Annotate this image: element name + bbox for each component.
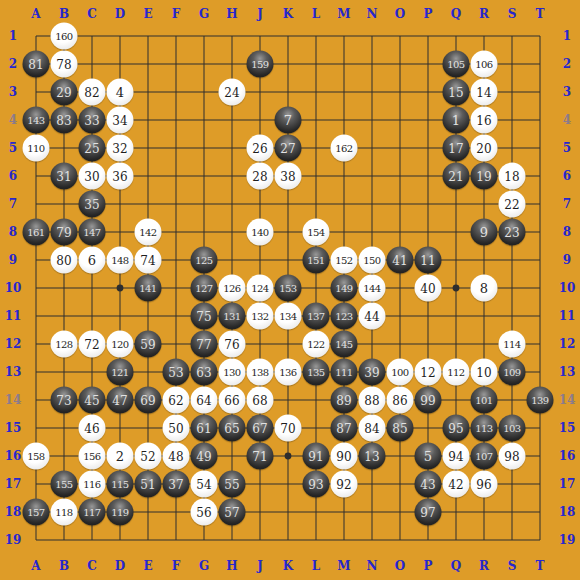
stone-white-P13[interactable]: 12 xyxy=(415,359,442,386)
stone-black-L16[interactable]: 91 xyxy=(303,443,330,470)
row-label-right-9: 9 xyxy=(563,254,571,266)
stone-black-T14[interactable]: 139 xyxy=(527,387,554,414)
row-label-left-13: 13 xyxy=(5,366,22,378)
row-label-right-5: 5 xyxy=(563,142,571,154)
stone-black-Q15[interactable]: 95 xyxy=(443,415,470,442)
row-label-left-1: 1 xyxy=(9,30,17,42)
stone-white-M5[interactable]: 162 xyxy=(331,135,358,162)
row-label-right-19: 19 xyxy=(559,534,576,546)
stone-white-D5[interactable]: 32 xyxy=(107,135,134,162)
stone-white-J14[interactable]: 68 xyxy=(247,387,274,414)
stone-white-R5[interactable]: 20 xyxy=(471,135,498,162)
stone-black-B4[interactable]: 83 xyxy=(51,107,78,134)
stone-black-G15[interactable]: 61 xyxy=(191,415,218,442)
stone-white-M9[interactable]: 152 xyxy=(331,247,358,274)
stone-black-G9[interactable]: 125 xyxy=(191,247,218,274)
stone-white-B2[interactable]: 78 xyxy=(51,51,78,78)
col-label-top-E: E xyxy=(143,8,152,20)
row-label-left-6: 6 xyxy=(9,170,17,182)
stone-white-R10[interactable]: 8 xyxy=(471,275,498,302)
col-label-bottom-T: T xyxy=(536,560,545,572)
stone-white-A5[interactable]: 110 xyxy=(23,135,50,162)
stone-black-K5[interactable]: 27 xyxy=(275,135,302,162)
stone-white-R3[interactable]: 14 xyxy=(471,79,498,106)
stone-white-N10[interactable]: 144 xyxy=(359,275,386,302)
col-label-top-M: M xyxy=(337,8,350,20)
row-label-left-3: 3 xyxy=(9,86,17,98)
stone-black-R8[interactable]: 9 xyxy=(471,219,498,246)
go-board-diagram: AABBCCDDEEFFGGHHJJKKLLMMNNOOPPQQRRSSTT11… xyxy=(0,0,580,580)
star-point-D10 xyxy=(117,285,124,292)
col-label-top-Q: Q xyxy=(451,8,461,20)
stone-black-M13[interactable]: 111 xyxy=(331,359,358,386)
stone-black-M10[interactable]: 149 xyxy=(331,275,358,302)
stone-white-C6[interactable]: 30 xyxy=(79,163,106,190)
stone-black-H15[interactable]: 65 xyxy=(219,415,246,442)
stone-white-P10[interactable]: 40 xyxy=(415,275,442,302)
col-label-bottom-C: C xyxy=(87,560,97,572)
stone-black-H11[interactable]: 131 xyxy=(219,303,246,330)
row-label-left-17: 17 xyxy=(5,478,22,490)
stone-white-J5[interactable]: 26 xyxy=(247,135,274,162)
stone-white-G17[interactable]: 54 xyxy=(191,471,218,498)
stone-white-C16[interactable]: 156 xyxy=(79,443,106,470)
col-label-top-F: F xyxy=(172,8,181,20)
stone-black-G11[interactable]: 75 xyxy=(191,303,218,330)
row-label-right-3: 3 xyxy=(563,86,571,98)
stone-black-D14[interactable]: 47 xyxy=(107,387,134,414)
row-label-right-7: 7 xyxy=(563,198,571,210)
stone-black-H17[interactable]: 55 xyxy=(219,471,246,498)
stone-white-K13[interactable]: 136 xyxy=(275,359,302,386)
stone-black-M12[interactable]: 145 xyxy=(331,331,358,358)
stone-white-L8[interactable]: 154 xyxy=(303,219,330,246)
star-point-Q10 xyxy=(453,285,460,292)
row-label-right-8: 8 xyxy=(563,226,571,238)
col-label-bottom-R: R xyxy=(479,560,489,572)
stone-black-B8[interactable]: 79 xyxy=(51,219,78,246)
row-label-right-11: 11 xyxy=(559,310,576,322)
stone-white-H12[interactable]: 76 xyxy=(219,331,246,358)
stone-black-J2[interactable]: 159 xyxy=(247,51,274,78)
row-label-left-19: 19 xyxy=(5,534,22,546)
col-label-top-C: C xyxy=(87,8,97,20)
stone-white-S7[interactable]: 22 xyxy=(499,191,526,218)
stone-white-C9[interactable]: 6 xyxy=(79,247,106,274)
col-label-bottom-D: D xyxy=(115,560,125,572)
stone-black-J16[interactable]: 71 xyxy=(247,443,274,470)
row-label-left-14: 14 xyxy=(5,394,22,406)
stone-black-B6[interactable]: 31 xyxy=(51,163,78,190)
stone-black-D18[interactable]: 119 xyxy=(107,499,134,526)
col-label-bottom-O: O xyxy=(395,560,405,572)
row-label-left-18: 18 xyxy=(5,506,22,518)
stone-white-D4[interactable]: 34 xyxy=(107,107,134,134)
stone-white-L12[interactable]: 122 xyxy=(303,331,330,358)
stone-black-B14[interactable]: 73 xyxy=(51,387,78,414)
stone-white-E8[interactable]: 142 xyxy=(135,219,162,246)
stone-white-O14[interactable]: 86 xyxy=(387,387,414,414)
stone-black-Q5[interactable]: 17 xyxy=(443,135,470,162)
stone-black-P18[interactable]: 97 xyxy=(415,499,442,526)
row-label-left-15: 15 xyxy=(5,422,22,434)
col-label-bottom-E: E xyxy=(143,560,152,572)
stone-black-Q3[interactable]: 15 xyxy=(443,79,470,106)
stone-white-E9[interactable]: 74 xyxy=(135,247,162,274)
col-label-bottom-G: G xyxy=(199,560,209,572)
col-label-bottom-M: M xyxy=(337,560,350,572)
stone-white-D6[interactable]: 36 xyxy=(107,163,134,190)
stone-black-S8[interactable]: 23 xyxy=(499,219,526,246)
stone-white-F14[interactable]: 62 xyxy=(163,387,190,414)
stone-black-K10[interactable]: 153 xyxy=(275,275,302,302)
stone-white-J11[interactable]: 132 xyxy=(247,303,274,330)
stone-black-R14[interactable]: 101 xyxy=(471,387,498,414)
stone-black-A4[interactable]: 143 xyxy=(23,107,50,134)
stone-white-R13[interactable]: 10 xyxy=(471,359,498,386)
stone-white-K11[interactable]: 134 xyxy=(275,303,302,330)
col-label-top-A: A xyxy=(31,8,40,20)
stone-black-F17[interactable]: 37 xyxy=(163,471,190,498)
col-label-bottom-P: P xyxy=(423,560,432,572)
stone-black-E10[interactable]: 141 xyxy=(135,275,162,302)
col-label-top-J: J xyxy=(257,8,263,20)
stone-white-R17[interactable]: 96 xyxy=(471,471,498,498)
stone-white-G18[interactable]: 56 xyxy=(191,499,218,526)
stone-black-S15[interactable]: 103 xyxy=(499,415,526,442)
stone-black-G12[interactable]: 77 xyxy=(191,331,218,358)
stone-white-R2[interactable]: 106 xyxy=(471,51,498,78)
row-label-right-13: 13 xyxy=(559,366,576,378)
stone-white-H3[interactable]: 24 xyxy=(219,79,246,106)
stone-black-L17[interactable]: 93 xyxy=(303,471,330,498)
stone-white-H14[interactable]: 66 xyxy=(219,387,246,414)
stone-black-L11[interactable]: 137 xyxy=(303,303,330,330)
stone-black-P16[interactable]: 5 xyxy=(415,443,442,470)
col-label-bottom-K: K xyxy=(283,560,293,572)
stone-black-O15[interactable]: 85 xyxy=(387,415,414,442)
stone-black-N13[interactable]: 39 xyxy=(359,359,386,386)
stone-black-G16[interactable]: 49 xyxy=(191,443,218,470)
row-label-left-11: 11 xyxy=(5,310,22,322)
col-label-top-H: H xyxy=(226,8,237,20)
stone-white-Q13[interactable]: 112 xyxy=(443,359,470,386)
col-label-bottom-B: B xyxy=(59,560,69,572)
stone-black-G13[interactable]: 63 xyxy=(191,359,218,386)
stone-black-K4[interactable]: 7 xyxy=(275,107,302,134)
row-label-left-12: 12 xyxy=(5,338,22,350)
stone-black-H18[interactable]: 57 xyxy=(219,499,246,526)
stone-white-G14[interactable]: 64 xyxy=(191,387,218,414)
row-label-right-18: 18 xyxy=(559,506,576,518)
col-label-top-R: R xyxy=(479,8,489,20)
col-label-bottom-H: H xyxy=(226,560,237,572)
stone-black-A2[interactable]: 81 xyxy=(23,51,50,78)
stone-black-E14[interactable]: 69 xyxy=(135,387,162,414)
row-label-right-17: 17 xyxy=(559,478,576,490)
stone-white-D3[interactable]: 4 xyxy=(107,79,134,106)
stone-white-S6[interactable]: 18 xyxy=(499,163,526,190)
col-label-bottom-S: S xyxy=(508,560,517,572)
row-label-left-4: 4 xyxy=(9,114,17,126)
col-label-top-T: T xyxy=(536,8,545,20)
stone-white-R4[interactable]: 16 xyxy=(471,107,498,134)
row-label-left-5: 5 xyxy=(9,142,17,154)
stone-white-B1[interactable]: 160 xyxy=(51,23,78,50)
stone-black-P14[interactable]: 99 xyxy=(415,387,442,414)
stone-white-C12[interactable]: 72 xyxy=(79,331,106,358)
stone-black-L9[interactable]: 151 xyxy=(303,247,330,274)
stone-black-C5[interactable]: 25 xyxy=(79,135,106,162)
stone-white-N11[interactable]: 44 xyxy=(359,303,386,330)
stone-white-K15[interactable]: 70 xyxy=(275,415,302,442)
stone-black-A8[interactable]: 161 xyxy=(23,219,50,246)
row-label-right-12: 12 xyxy=(559,338,576,350)
stone-black-Q4[interactable]: 1 xyxy=(443,107,470,134)
col-label-top-G: G xyxy=(199,8,209,20)
stone-white-J8[interactable]: 140 xyxy=(247,219,274,246)
stone-black-M11[interactable]: 123 xyxy=(331,303,358,330)
stone-white-D16[interactable]: 2 xyxy=(107,443,134,470)
col-label-bottom-A: A xyxy=(31,560,40,572)
stone-white-N9[interactable]: 150 xyxy=(359,247,386,274)
row-label-right-14: 14 xyxy=(559,394,576,406)
col-label-bottom-L: L xyxy=(312,560,320,572)
col-label-bottom-F: F xyxy=(172,560,181,572)
stone-black-R6[interactable]: 19 xyxy=(471,163,498,190)
stone-white-N14[interactable]: 88 xyxy=(359,387,386,414)
col-label-bottom-N: N xyxy=(367,560,378,572)
row-label-right-2: 2 xyxy=(563,58,571,70)
stone-white-M16[interactable]: 90 xyxy=(331,443,358,470)
row-label-right-6: 6 xyxy=(563,170,571,182)
stone-black-P9[interactable]: 11 xyxy=(415,247,442,274)
stone-white-D9[interactable]: 148 xyxy=(107,247,134,274)
row-label-left-2: 2 xyxy=(9,58,17,70)
stone-white-F16[interactable]: 48 xyxy=(163,443,190,470)
stone-white-C15[interactable]: 46 xyxy=(79,415,106,442)
stone-white-S16[interactable]: 98 xyxy=(499,443,526,470)
row-label-right-10: 10 xyxy=(559,282,576,294)
stone-black-D17[interactable]: 115 xyxy=(107,471,134,498)
stone-white-J13[interactable]: 138 xyxy=(247,359,274,386)
stone-black-C4[interactable]: 33 xyxy=(79,107,106,134)
stone-white-D12[interactable]: 120 xyxy=(107,331,134,358)
stone-black-P17[interactable]: 43 xyxy=(415,471,442,498)
col-label-bottom-J: J xyxy=(257,560,263,572)
col-label-top-D: D xyxy=(115,8,125,20)
row-label-left-8: 8 xyxy=(9,226,17,238)
stone-white-S12[interactable]: 114 xyxy=(499,331,526,358)
row-label-left-16: 16 xyxy=(5,450,22,462)
stone-white-B9[interactable]: 80 xyxy=(51,247,78,274)
stone-white-B12[interactable]: 128 xyxy=(51,331,78,358)
stone-black-C18[interactable]: 117 xyxy=(79,499,106,526)
stone-black-G10[interactable]: 127 xyxy=(191,275,218,302)
stone-black-F13[interactable]: 53 xyxy=(163,359,190,386)
stone-black-R16[interactable]: 107 xyxy=(471,443,498,470)
stone-black-E17[interactable]: 51 xyxy=(135,471,162,498)
stone-black-Q6[interactable]: 21 xyxy=(443,163,470,190)
stone-black-C7[interactable]: 35 xyxy=(79,191,106,218)
star-point-K16 xyxy=(285,453,292,460)
col-label-bottom-Q: Q xyxy=(451,560,461,572)
row-label-left-9: 9 xyxy=(9,254,17,266)
stone-black-M15[interactable]: 87 xyxy=(331,415,358,442)
stone-black-J15[interactable]: 67 xyxy=(247,415,274,442)
row-label-right-16: 16 xyxy=(559,450,576,462)
stone-white-C3[interactable]: 82 xyxy=(79,79,106,106)
stone-black-Q2[interactable]: 105 xyxy=(443,51,470,78)
stone-black-B3[interactable]: 29 xyxy=(51,79,78,106)
stone-white-Q16[interactable]: 94 xyxy=(443,443,470,470)
stone-black-C14[interactable]: 45 xyxy=(79,387,106,414)
row-label-right-4: 4 xyxy=(563,114,571,126)
stone-white-B18[interactable]: 118 xyxy=(51,499,78,526)
stone-white-N15[interactable]: 84 xyxy=(359,415,386,442)
stone-white-O13[interactable]: 100 xyxy=(387,359,414,386)
stone-black-O9[interactable]: 41 xyxy=(387,247,414,274)
col-label-top-O: O xyxy=(395,8,405,20)
row-label-left-10: 10 xyxy=(5,282,22,294)
stone-black-R15[interactable]: 113 xyxy=(471,415,498,442)
stone-black-C8[interactable]: 147 xyxy=(79,219,106,246)
row-label-left-7: 7 xyxy=(9,198,17,210)
stone-white-M17[interactable]: 92 xyxy=(331,471,358,498)
stone-black-N16[interactable]: 13 xyxy=(359,443,386,470)
col-label-top-B: B xyxy=(59,8,69,20)
stone-black-A18[interactable]: 157 xyxy=(23,499,50,526)
stone-white-A16[interactable]: 158 xyxy=(23,443,50,470)
stone-white-E16[interactable]: 52 xyxy=(135,443,162,470)
row-label-right-15: 15 xyxy=(559,422,576,434)
col-label-top-L: L xyxy=(312,8,320,20)
stone-black-B17[interactable]: 155 xyxy=(51,471,78,498)
stone-black-M14[interactable]: 89 xyxy=(331,387,358,414)
row-label-right-1: 1 xyxy=(563,30,571,42)
stone-white-H10[interactable]: 126 xyxy=(219,275,246,302)
stone-white-C17[interactable]: 116 xyxy=(79,471,106,498)
col-label-top-P: P xyxy=(423,8,432,20)
stone-white-J6[interactable]: 28 xyxy=(247,163,274,190)
stone-white-K6[interactable]: 38 xyxy=(275,163,302,190)
stone-black-D13[interactable]: 121 xyxy=(107,359,134,386)
col-label-top-N: N xyxy=(367,8,378,20)
stone-black-S13[interactable]: 109 xyxy=(499,359,526,386)
col-label-top-S: S xyxy=(508,8,517,20)
stone-white-Q17[interactable]: 42 xyxy=(443,471,470,498)
col-label-top-K: K xyxy=(283,8,293,20)
stone-white-J10[interactable]: 124 xyxy=(247,275,274,302)
stone-black-E12[interactable]: 59 xyxy=(135,331,162,358)
stone-black-L13[interactable]: 135 xyxy=(303,359,330,386)
stone-white-F15[interactable]: 50 xyxy=(163,415,190,442)
stone-white-H13[interactable]: 130 xyxy=(219,359,246,386)
